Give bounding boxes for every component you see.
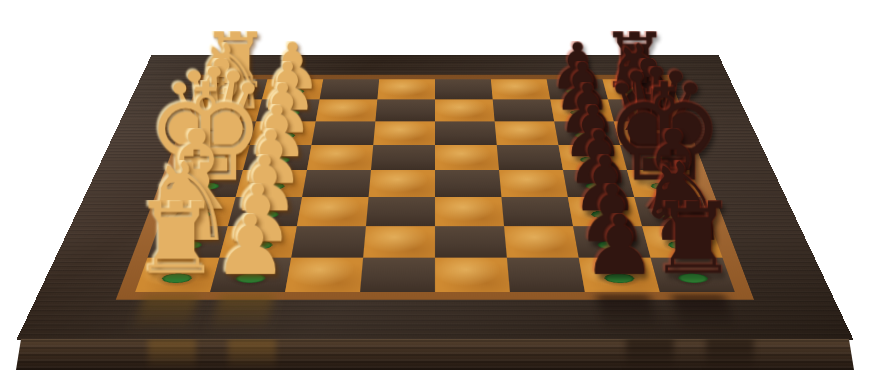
square <box>285 258 363 292</box>
square <box>369 170 435 197</box>
square <box>320 79 380 99</box>
square: ♟ <box>579 258 660 292</box>
board-field: ♜♟♟♜♞♟♟♞♝♟♟♝♛♟♟♛♚♟♟♚♝♟♟♝♞♟♟♞♜♟♟♜ <box>135 79 735 292</box>
square <box>501 197 573 226</box>
square <box>291 226 366 258</box>
black-pawn: ♟ <box>582 213 656 278</box>
piece-reflection <box>209 294 274 338</box>
square <box>435 145 499 170</box>
piece-reflection <box>596 294 661 338</box>
square <box>371 145 435 170</box>
square <box>435 121 497 144</box>
square <box>435 258 510 292</box>
square <box>499 170 568 197</box>
square <box>495 121 559 144</box>
black-rook: ♜ <box>649 200 738 277</box>
square <box>377 79 435 99</box>
white-rook: ♜ <box>132 200 221 277</box>
square <box>493 100 555 122</box>
square <box>375 100 435 122</box>
square <box>435 100 495 122</box>
square <box>316 100 378 122</box>
square <box>435 197 504 226</box>
piece-reflection <box>706 339 754 370</box>
white-pawn: ♟ <box>213 213 287 278</box>
piece-reflection <box>148 339 196 370</box>
square <box>507 258 585 292</box>
product-photo-scene: ♜♟♟♜♞♟♟♞♝♟♟♝♛♟♟♛♚♟♟♚♝♟♟♝♞♟♟♞♜♟♟♜ <box>0 0 870 375</box>
square <box>312 121 376 144</box>
square <box>435 79 493 99</box>
square <box>504 226 579 258</box>
square <box>297 197 369 226</box>
square: ♟ <box>210 258 291 292</box>
chess-board: ♜♟♟♜♞♟♟♞♝♟♟♝♛♟♟♛♚♟♟♚♝♟♟♝♞♟♟♞♜♟♟♜ <box>16 55 854 341</box>
square <box>491 79 551 99</box>
square <box>360 258 435 292</box>
square <box>373 121 435 144</box>
piece-reflection <box>130 294 199 338</box>
piece-reflection <box>626 339 674 370</box>
piece-reflection <box>671 294 740 338</box>
board-front-edge <box>16 339 854 370</box>
square <box>435 226 507 258</box>
square <box>435 170 501 197</box>
square <box>366 197 435 226</box>
square <box>363 226 435 258</box>
square: ♜ <box>651 258 735 292</box>
square <box>497 145 563 170</box>
square <box>302 170 371 197</box>
square: ♜ <box>135 258 219 292</box>
square <box>307 145 373 170</box>
piece-reflection <box>228 339 276 370</box>
